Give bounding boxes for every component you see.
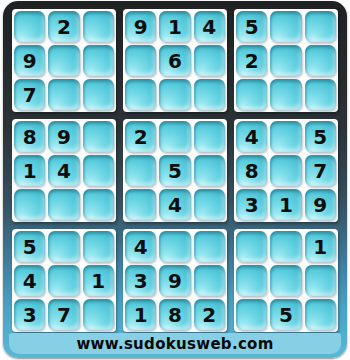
- cell-r4c3[interactable]: [83, 121, 114, 152]
- cell-r6c5[interactable]: 4: [159, 189, 190, 220]
- cell-r6c3[interactable]: [83, 189, 114, 220]
- cell-r7c4[interactable]: 4: [125, 231, 156, 262]
- cell-r9c1[interactable]: 3: [14, 299, 45, 330]
- cell-r5c4[interactable]: [125, 155, 156, 186]
- cell-r4c6[interactable]: [194, 121, 225, 152]
- cell-r8c6[interactable]: [194, 265, 225, 296]
- sudoku-box-6: 4587319: [234, 119, 338, 222]
- cell-r6c1[interactable]: [14, 189, 45, 220]
- cell-r5c9[interactable]: 7: [305, 155, 336, 186]
- cell-r6c6[interactable]: [194, 189, 225, 220]
- cell-r9c5[interactable]: 8: [159, 299, 190, 330]
- sudoku-box-8: 439182: [123, 229, 227, 332]
- cell-r3c4[interactable]: [125, 79, 156, 110]
- footer-bar: www.sudokusweb.com: [9, 333, 341, 354]
- sudoku-box-1: 297: [12, 9, 116, 112]
- cell-r9c2[interactable]: 7: [48, 299, 79, 330]
- cell-r1c4[interactable]: 9: [125, 11, 156, 42]
- cell-r3c9[interactable]: [305, 79, 336, 110]
- cell-r8c3[interactable]: 1: [83, 265, 114, 296]
- cell-r2c5[interactable]: 6: [159, 45, 190, 76]
- cell-r3c6[interactable]: [194, 79, 225, 110]
- cell-r9c8[interactable]: 5: [270, 299, 301, 330]
- sudoku-box-7: 54137: [12, 229, 116, 332]
- cell-r2c2[interactable]: [48, 45, 79, 76]
- cell-r8c4[interactable]: 3: [125, 265, 156, 296]
- cell-r5c7[interactable]: 8: [236, 155, 267, 186]
- cell-r1c2[interactable]: 2: [48, 11, 79, 42]
- cell-r5c3[interactable]: [83, 155, 114, 186]
- cell-r4c1[interactable]: 8: [14, 121, 45, 152]
- cell-r8c9[interactable]: [305, 265, 336, 296]
- cell-r5c5[interactable]: 5: [159, 155, 190, 186]
- sudoku-box-9: 15: [234, 229, 338, 332]
- cell-r1c7[interactable]: 5: [236, 11, 267, 42]
- cell-r2c9[interactable]: [305, 45, 336, 76]
- cell-r6c8[interactable]: 1: [270, 189, 301, 220]
- sudoku-box-2: 9146: [123, 9, 227, 112]
- cell-r2c8[interactable]: [270, 45, 301, 76]
- cell-r7c8[interactable]: [270, 231, 301, 262]
- cell-r7c9[interactable]: 1: [305, 231, 336, 262]
- sudoku-box-3: 52: [234, 9, 338, 112]
- cell-r4c8[interactable]: [270, 121, 301, 152]
- cell-r6c7[interactable]: 3: [236, 189, 267, 220]
- cell-r2c6[interactable]: [194, 45, 225, 76]
- cell-r8c7[interactable]: [236, 265, 267, 296]
- cell-r2c3[interactable]: [83, 45, 114, 76]
- cell-r8c2[interactable]: [48, 265, 79, 296]
- cell-r9c9[interactable]: [305, 299, 336, 330]
- cell-r9c4[interactable]: 1: [125, 299, 156, 330]
- sudoku-box-5: 254: [123, 119, 227, 222]
- cell-r1c8[interactable]: [270, 11, 301, 42]
- cell-r5c6[interactable]: [194, 155, 225, 186]
- cell-r4c7[interactable]: 4: [236, 121, 267, 152]
- cell-r6c2[interactable]: [48, 189, 79, 220]
- cell-r7c1[interactable]: 5: [14, 231, 45, 262]
- cell-r1c9[interactable]: [305, 11, 336, 42]
- cell-r1c1[interactable]: [14, 11, 45, 42]
- cell-r3c8[interactable]: [270, 79, 301, 110]
- cell-r6c4[interactable]: [125, 189, 156, 220]
- cell-r5c1[interactable]: 1: [14, 155, 45, 186]
- cell-r1c5[interactable]: 1: [159, 11, 190, 42]
- cell-r3c2[interactable]: [48, 79, 79, 110]
- cell-r3c7[interactable]: [236, 79, 267, 110]
- cell-r3c3[interactable]: [83, 79, 114, 110]
- cell-r8c1[interactable]: 4: [14, 265, 45, 296]
- cell-r4c9[interactable]: 5: [305, 121, 336, 152]
- sudoku-board: 297914652891425445873195413743918215 www…: [3, 1, 347, 358]
- cell-r2c7[interactable]: 2: [236, 45, 267, 76]
- cell-r5c8[interactable]: [270, 155, 301, 186]
- cell-r9c3[interactable]: [83, 299, 114, 330]
- cell-r6c9[interactable]: 9: [305, 189, 336, 220]
- site-url: www.sudokusweb.com: [76, 335, 273, 353]
- cell-r7c7[interactable]: [236, 231, 267, 262]
- cell-r9c6[interactable]: 2: [194, 299, 225, 330]
- sudoku-grid: 297914652891425445873195413743918215: [12, 9, 338, 332]
- cell-r2c1[interactable]: 9: [14, 45, 45, 76]
- cell-r1c3[interactable]: [83, 11, 114, 42]
- cell-r7c6[interactable]: [194, 231, 225, 262]
- cell-r8c8[interactable]: [270, 265, 301, 296]
- cell-r7c2[interactable]: [48, 231, 79, 262]
- cell-r4c4[interactable]: 2: [125, 121, 156, 152]
- cell-r5c2[interactable]: 4: [48, 155, 79, 186]
- cell-r1c6[interactable]: 4: [194, 11, 225, 42]
- cell-r3c5[interactable]: [159, 79, 190, 110]
- cell-r7c3[interactable]: [83, 231, 114, 262]
- cell-r8c5[interactable]: 9: [159, 265, 190, 296]
- cell-r3c1[interactable]: 7: [14, 79, 45, 110]
- cell-r2c4[interactable]: [125, 45, 156, 76]
- cell-r9c7[interactable]: [236, 299, 267, 330]
- cell-r4c2[interactable]: 9: [48, 121, 79, 152]
- sudoku-box-4: 8914: [12, 119, 116, 222]
- cell-r4c5[interactable]: [159, 121, 190, 152]
- cell-r7c5[interactable]: [159, 231, 190, 262]
